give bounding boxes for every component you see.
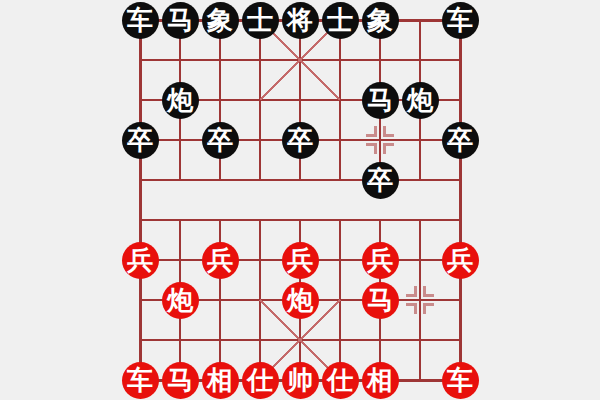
marker-corner-br <box>383 143 394 154</box>
piece-red-soldier[interactable]: 兵 <box>202 242 239 279</box>
piece-black-advisor[interactable]: 士 <box>242 2 279 39</box>
board-cells: 车马象士将士象车炮马炮卒卒卒卒卒兵兵兵兵兵炮炮马车马相仕帅仕相车 <box>120 0 480 400</box>
piece-black-chariot[interactable]: 车 <box>122 2 159 39</box>
last-move-origin-black <box>360 120 400 160</box>
piece-black-soldier[interactable]: 卒 <box>362 162 399 199</box>
piece-black-horse[interactable]: 马 <box>362 82 399 119</box>
piece-black-elephant[interactable]: 象 <box>362 2 399 39</box>
piece-black-cannon[interactable]: 炮 <box>402 82 439 119</box>
piece-black-horse[interactable]: 马 <box>162 2 199 39</box>
piece-red-elephant[interactable]: 相 <box>202 362 239 399</box>
piece-black-elephant[interactable]: 象 <box>202 2 239 39</box>
piece-black-soldier[interactable]: 卒 <box>282 122 319 159</box>
piece-red-soldier[interactable]: 兵 <box>442 242 479 279</box>
piece-red-cannon[interactable]: 炮 <box>162 282 199 319</box>
piece-red-soldier[interactable]: 兵 <box>282 242 319 279</box>
piece-red-chariot[interactable]: 车 <box>122 362 159 399</box>
piece-black-general[interactable]: 将 <box>282 2 319 39</box>
piece-red-horse[interactable]: 马 <box>162 362 199 399</box>
piece-red-cannon[interactable]: 炮 <box>282 282 319 319</box>
piece-black-cannon[interactable]: 炮 <box>162 82 199 119</box>
marker-corner-bl <box>406 303 417 314</box>
piece-red-soldier[interactable]: 兵 <box>122 242 159 279</box>
piece-red-advisor[interactable]: 仕 <box>242 362 279 399</box>
marker-corner-bl <box>366 143 377 154</box>
piece-red-advisor[interactable]: 仕 <box>322 362 359 399</box>
piece-red-horse[interactable]: 马 <box>362 282 399 319</box>
piece-black-advisor[interactable]: 士 <box>322 2 359 39</box>
piece-red-general[interactable]: 帅 <box>282 362 319 399</box>
piece-black-soldier[interactable]: 卒 <box>442 122 479 159</box>
marker-corner-tr <box>383 126 394 137</box>
piece-black-chariot[interactable]: 车 <box>442 2 479 39</box>
last-move-origin-red <box>400 280 440 320</box>
piece-black-soldier[interactable]: 卒 <box>122 122 159 159</box>
marker-corner-br <box>423 303 434 314</box>
xiangqi-board: 车马象士将士象车炮马炮卒卒卒卒卒兵兵兵兵兵炮炮马车马相仕帅仕相车 <box>0 0 600 400</box>
marker-corner-tl <box>366 126 377 137</box>
piece-red-chariot[interactable]: 车 <box>442 362 479 399</box>
piece-red-soldier[interactable]: 兵 <box>362 242 399 279</box>
piece-black-soldier[interactable]: 卒 <box>202 122 239 159</box>
piece-red-elephant[interactable]: 相 <box>362 362 399 399</box>
marker-corner-tl <box>406 286 417 297</box>
marker-corner-tr <box>423 286 434 297</box>
